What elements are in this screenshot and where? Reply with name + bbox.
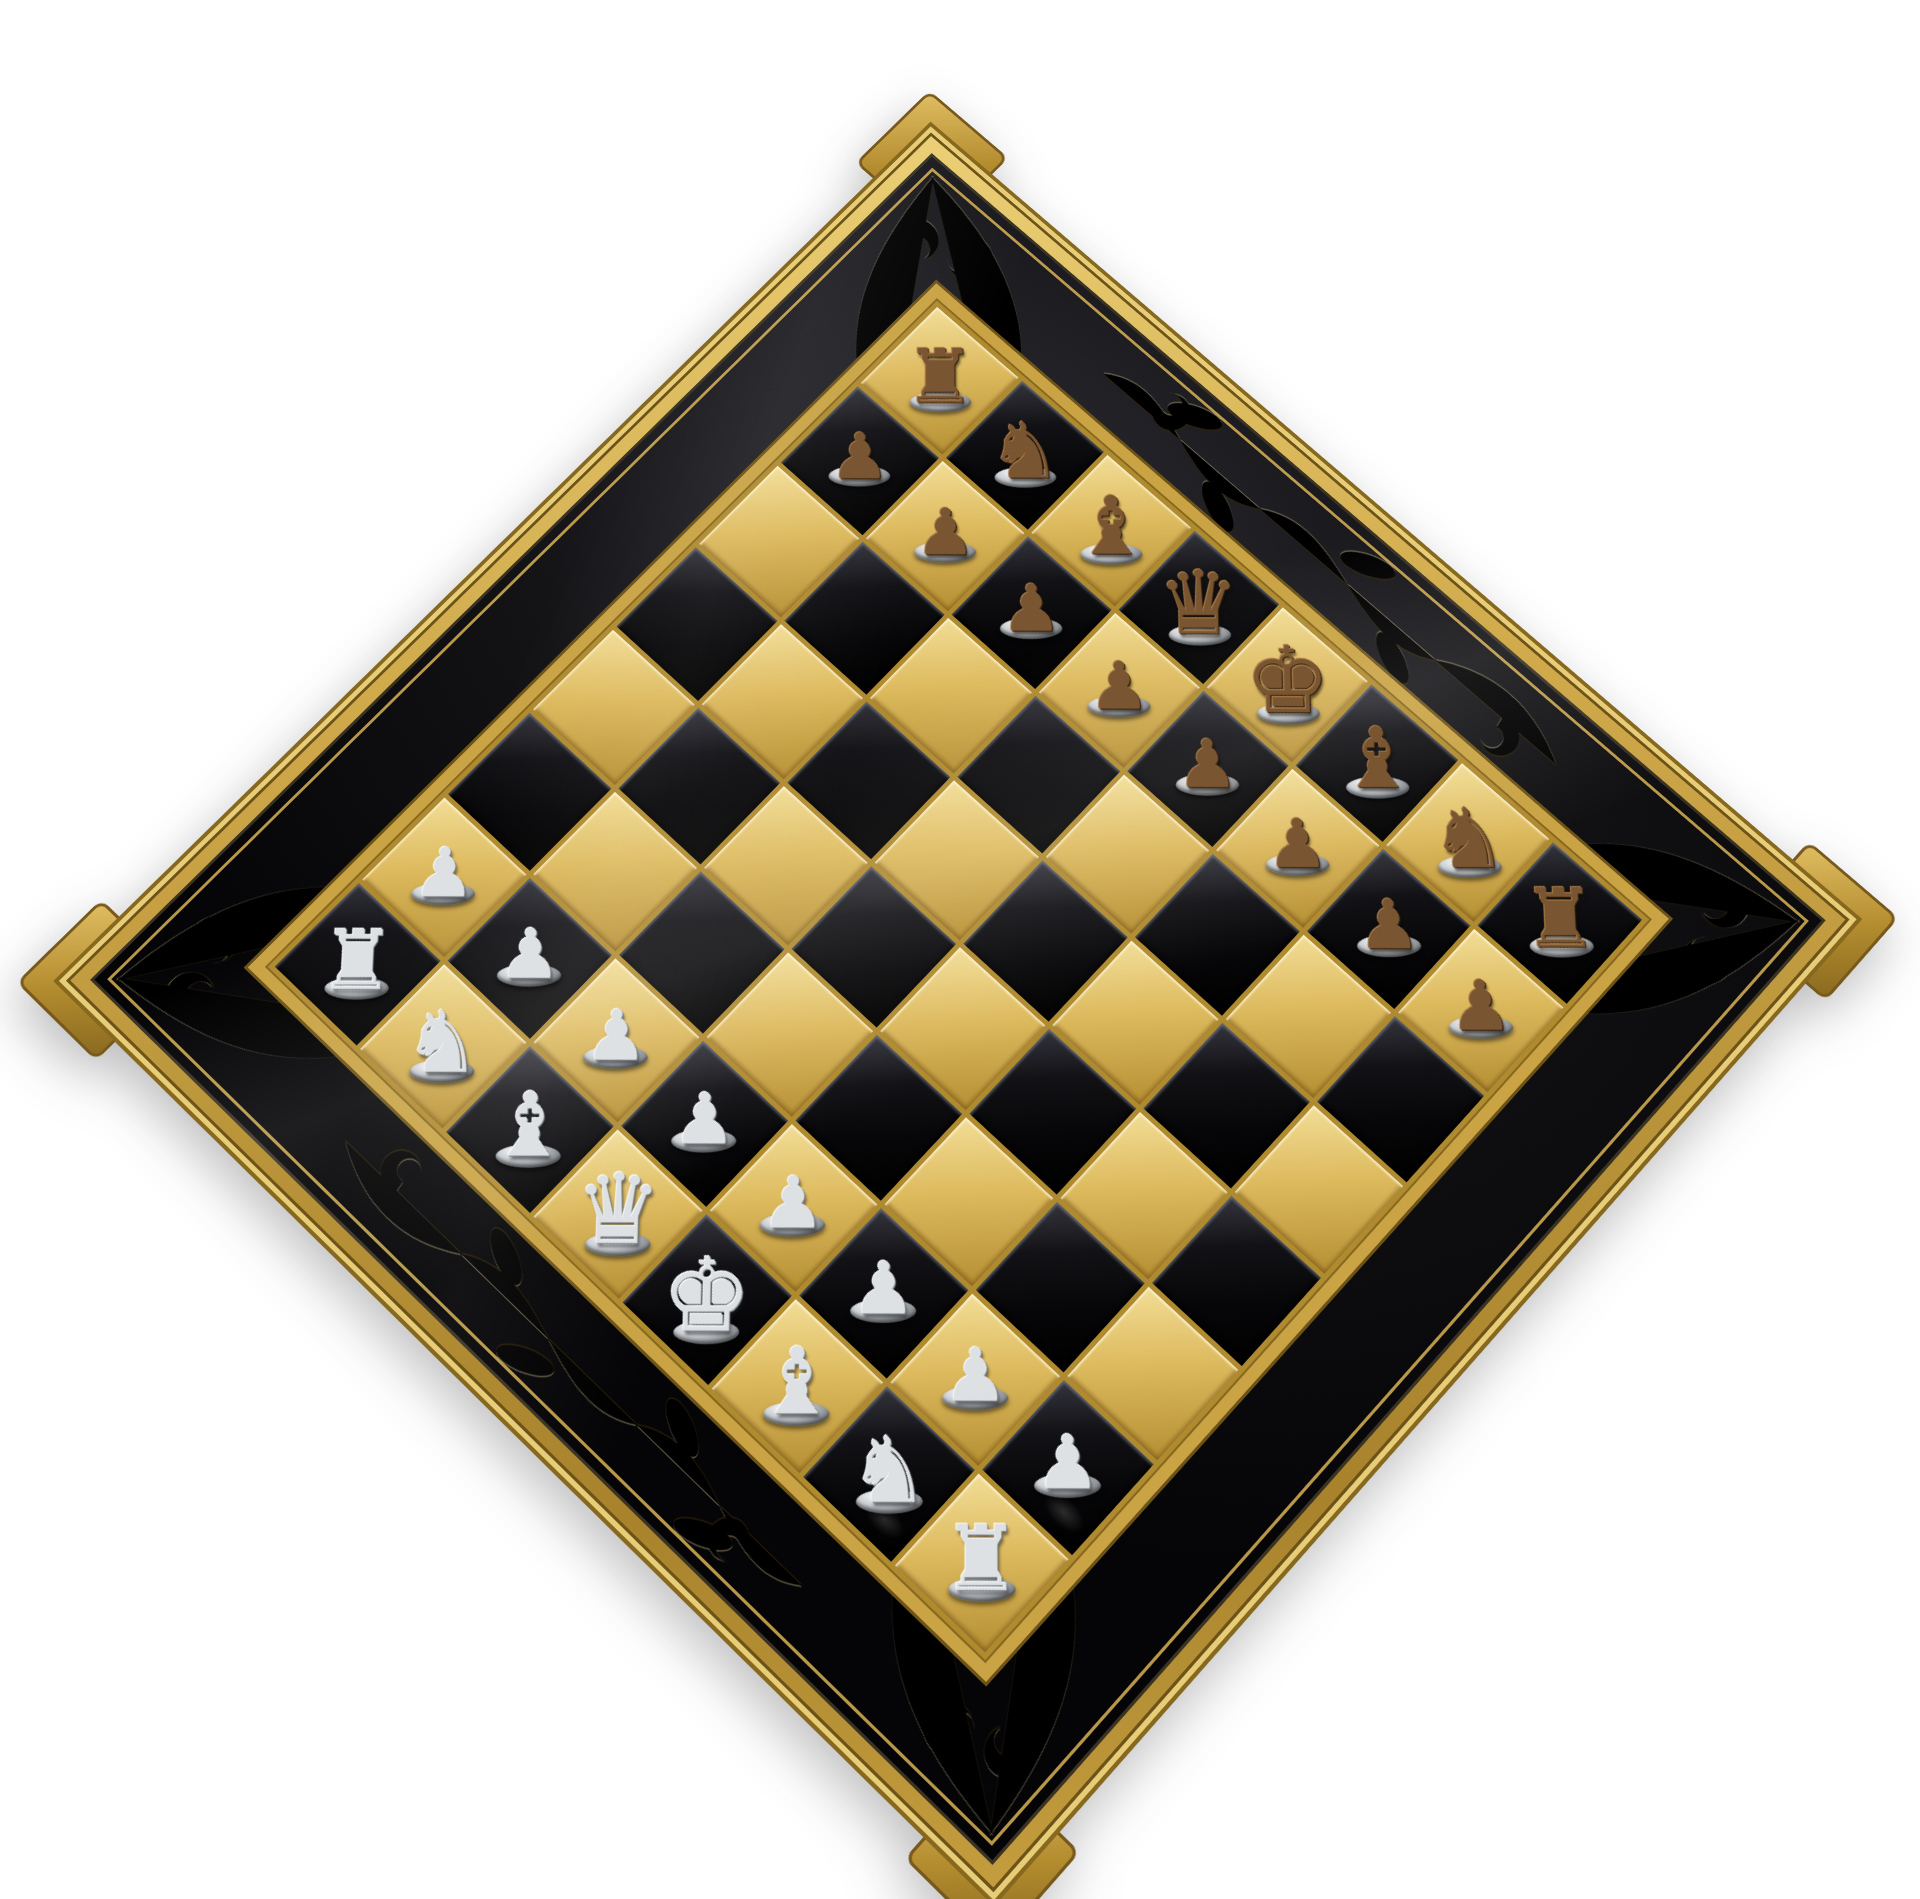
board-grid: ♜♞♝♛♚♝♞♜♟♟♟♟♟♟♟♟♟♟♟♟♟♟♟♟♜♞♝♛♚♝♞♜ <box>248 283 1669 1682</box>
piece-white-pawn[interactable]: ♟ <box>412 839 477 907</box>
piece-black-knight[interactable]: ♞ <box>1428 797 1508 880</box>
piece-white-pawn[interactable]: ♟ <box>943 1338 1008 1412</box>
piece-white-pawn[interactable]: ♟ <box>497 920 562 989</box>
piece-white-pawn[interactable]: ♟ <box>851 1252 916 1325</box>
piece-black-pawn[interactable]: ♟ <box>1088 653 1150 719</box>
piece-white-knight[interactable]: ♞ <box>848 1424 929 1516</box>
chess-board: ♜♞♝♛♚♝♞♜♟♟♟♟♟♟♟♟♟♟♟♟♟♟♟♟♜♞♝♛♚♝♞♜ <box>53 122 1862 1899</box>
piece-white-rook[interactable]: ♜ <box>318 919 397 1002</box>
piece-white-pawn[interactable]: ♟ <box>672 1084 737 1155</box>
piece-black-pawn[interactable]: ♟ <box>1448 972 1514 1041</box>
piece-white-bishop[interactable]: ♝ <box>488 1081 571 1170</box>
piece-black-pawn[interactable]: ♟ <box>1176 731 1239 798</box>
piece-black-bishop[interactable]: ♝ <box>1073 486 1150 567</box>
piece-white-king[interactable]: ♚ <box>661 1244 753 1346</box>
piece-white-knight[interactable]: ♞ <box>402 999 483 1085</box>
piece-white-bishop[interactable]: ♝ <box>756 1335 839 1428</box>
piece-black-knight[interactable]: ♞ <box>988 412 1062 490</box>
piece-white-pawn[interactable]: ♟ <box>1035 1426 1101 1501</box>
black-enamel-border-band: ♜♞♝♛♚♝♞♜♟♟♟♟♟♟♟♟♟♟♟♟♟♟♟♟♜♞♝♛♚♝♞♜ <box>90 153 1826 1865</box>
piece-white-queen[interactable]: ♛ <box>573 1161 663 1258</box>
piece-black-pawn[interactable]: ♟ <box>915 500 976 564</box>
piece-black-rook[interactable]: ♜ <box>904 339 976 414</box>
piece-black-queen[interactable]: ♛ <box>1157 559 1242 647</box>
piece-black-bishop[interactable]: ♝ <box>1337 717 1418 801</box>
piece-black-king[interactable]: ♚ <box>1243 634 1331 726</box>
gold-outer-rim: ♜♞♝♛♚♝♞♜♟♟♟♟♟♟♟♟♟♟♟♟♟♟♟♟♜♞♝♛♚♝♞♜ <box>53 122 1862 1899</box>
piece-black-rook[interactable]: ♜ <box>1520 878 1599 960</box>
piece-white-pawn[interactable]: ♟ <box>584 1001 649 1071</box>
piece-black-pawn[interactable]: ♟ <box>1266 810 1330 878</box>
piece-black-pawn[interactable]: ♟ <box>829 425 890 488</box>
piece-white-rook[interactable]: ♜ <box>942 1513 1021 1604</box>
piece-black-pawn[interactable]: ♟ <box>1001 576 1062 641</box>
piece-white-pawn[interactable]: ♟ <box>761 1168 826 1240</box>
piece-black-pawn[interactable]: ♟ <box>1356 890 1421 958</box>
